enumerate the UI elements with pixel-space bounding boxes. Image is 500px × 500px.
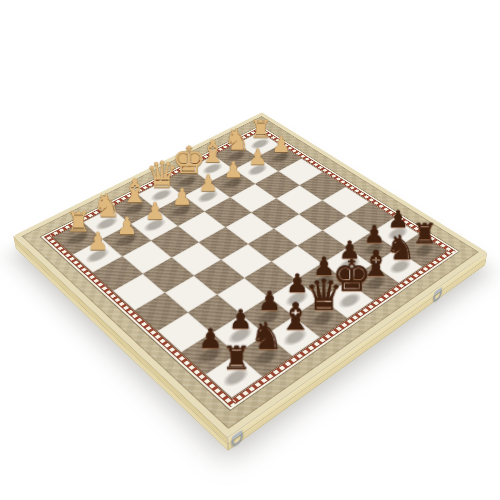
chess-piece-dark-rook-a8: ♜ bbox=[216, 340, 256, 377]
product-photo-stage: ♜♞♝♛♚♝♞♜♟♟♟♟♟♟♟♟♟♟♟♟♟♟♟♟♜♞♝♛♚♝♞♜ bbox=[0, 0, 500, 500]
chess-piece-light-pawn-a2: ♟ bbox=[80, 227, 115, 255]
chess-board: ♜♞♝♛♚♝♞♜♟♟♟♟♟♟♟♟♟♟♟♟♟♟♟♟♜♞♝♛♚♝♞♜ bbox=[13, 112, 487, 437]
perspective-wrapper: ♜♞♝♛♚♝♞♜♟♟♟♟♟♟♟♟♟♟♟♟♟♟♟♟♜♞♝♛♚♝♞♜ bbox=[0, 0, 500, 500]
